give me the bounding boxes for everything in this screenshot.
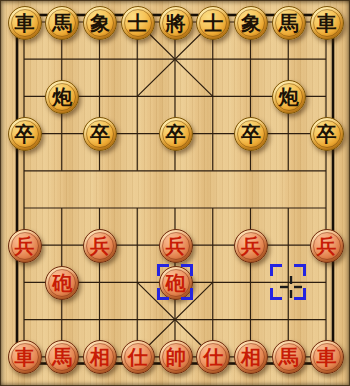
piece-black-soldier[interactable]: 卒 — [234, 117, 268, 151]
piece-black-chariot[interactable]: 車 — [310, 6, 344, 40]
piece-black-cannon[interactable]: 炮 — [272, 80, 306, 114]
piece-red-general[interactable]: 帥 — [159, 340, 193, 374]
piece-black-chariot[interactable]: 車 — [8, 6, 42, 40]
piece-black-soldier[interactable]: 卒 — [159, 117, 193, 151]
piece-black-elephant[interactable]: 象 — [83, 6, 117, 40]
piece-black-soldier[interactable]: 卒 — [83, 117, 117, 151]
piece-black-advisor[interactable]: 士 — [196, 6, 230, 40]
piece-red-horse[interactable]: 馬 — [272, 340, 306, 374]
piece-black-soldier[interactable]: 卒 — [8, 117, 42, 151]
piece-black-horse[interactable]: 馬 — [272, 6, 306, 40]
piece-black-advisor[interactable]: 士 — [121, 6, 155, 40]
piece-red-advisor[interactable]: 仕 — [121, 340, 155, 374]
piece-red-soldier[interactable]: 兵 — [234, 229, 268, 263]
piece-red-soldier[interactable]: 兵 — [83, 229, 117, 263]
board-grid — [0, 0, 350, 386]
piece-black-horse[interactable]: 馬 — [45, 6, 79, 40]
piece-red-chariot[interactable]: 車 — [8, 340, 42, 374]
piece-red-cannon[interactable]: 砲 — [159, 266, 193, 300]
piece-black-elephant[interactable]: 象 — [234, 6, 268, 40]
xiangqi-board: 車馬象士將士象馬車炮炮卒卒卒卒卒兵兵兵兵兵砲砲車馬相仕帥仕相馬車 — [0, 0, 350, 386]
piece-black-general[interactable]: 將 — [159, 6, 193, 40]
piece-red-soldier[interactable]: 兵 — [159, 229, 193, 263]
piece-red-soldier[interactable]: 兵 — [8, 229, 42, 263]
piece-red-soldier[interactable]: 兵 — [310, 229, 344, 263]
piece-red-cannon[interactable]: 砲 — [45, 266, 79, 300]
piece-red-chariot[interactable]: 車 — [310, 340, 344, 374]
piece-black-soldier[interactable]: 卒 — [310, 117, 344, 151]
piece-black-cannon[interactable]: 炮 — [45, 80, 79, 114]
